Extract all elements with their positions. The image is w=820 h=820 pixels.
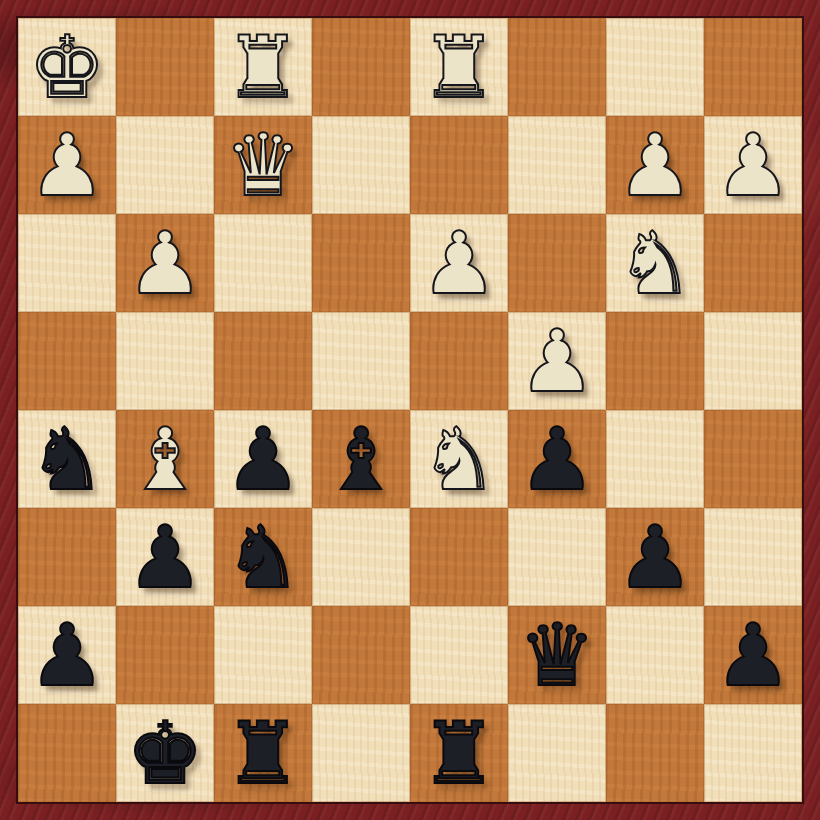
piece-white-queen-f2[interactable]: ♛ — [224, 116, 301, 214]
square-h8[interactable] — [18, 704, 116, 802]
piece-black-pawn-h7[interactable]: ♟ — [28, 606, 105, 704]
square-d1[interactable]: ♜ — [410, 18, 508, 116]
square-a7[interactable]: ♟ — [704, 606, 802, 704]
square-f8[interactable]: ♜ — [214, 704, 312, 802]
square-d7[interactable] — [410, 606, 508, 704]
piece-white-pawn-b2[interactable]: ♟ — [616, 116, 693, 214]
square-e5[interactable]: ♝ — [312, 410, 410, 508]
square-a1[interactable] — [704, 18, 802, 116]
piece-white-knight-b3[interactable]: ♞ — [616, 214, 693, 312]
square-e6[interactable] — [312, 508, 410, 606]
square-e7[interactable] — [312, 606, 410, 704]
piece-white-pawn-c4[interactable]: ♟ — [518, 312, 595, 410]
square-g1[interactable] — [116, 18, 214, 116]
square-a4[interactable] — [704, 312, 802, 410]
piece-black-pawn-g6[interactable]: ♟ — [126, 508, 203, 606]
square-d5[interactable]: ♞ — [410, 410, 508, 508]
piece-black-knight-h5[interactable]: ♞ — [28, 410, 105, 508]
square-b7[interactable] — [606, 606, 704, 704]
square-h5[interactable]: ♞ — [18, 410, 116, 508]
square-g3[interactable]: ♟ — [116, 214, 214, 312]
square-b8[interactable] — [606, 704, 704, 802]
square-h4[interactable] — [18, 312, 116, 410]
square-c8[interactable] — [508, 704, 606, 802]
square-g2[interactable] — [116, 116, 214, 214]
square-c6[interactable] — [508, 508, 606, 606]
square-c1[interactable] — [508, 18, 606, 116]
square-h6[interactable] — [18, 508, 116, 606]
square-b2[interactable]: ♟ — [606, 116, 704, 214]
piece-black-rook-d8[interactable]: ♜ — [420, 704, 497, 802]
piece-black-knight-f6[interactable]: ♞ — [224, 508, 301, 606]
piece-white-rook-d1[interactable]: ♜ — [420, 18, 497, 116]
piece-black-pawn-a7[interactable]: ♟ — [714, 606, 791, 704]
piece-white-pawn-a2[interactable]: ♟ — [714, 116, 791, 214]
piece-black-pawn-f5[interactable]: ♟ — [224, 410, 301, 508]
square-d3[interactable]: ♟ — [410, 214, 508, 312]
square-g8[interactable]: ♚ — [116, 704, 214, 802]
square-a8[interactable] — [704, 704, 802, 802]
square-f5[interactable]: ♟ — [214, 410, 312, 508]
piece-black-pawn-b6[interactable]: ♟ — [616, 508, 693, 606]
piece-black-bishop-e5[interactable]: ♝ — [322, 410, 399, 508]
piece-black-rook-f8[interactable]: ♜ — [224, 704, 301, 802]
square-g6[interactable]: ♟ — [116, 508, 214, 606]
piece-white-knight-d5[interactable]: ♞ — [420, 410, 497, 508]
square-d2[interactable] — [410, 116, 508, 214]
square-f1[interactable]: ♜ — [214, 18, 312, 116]
piece-white-pawn-d3[interactable]: ♟ — [420, 214, 497, 312]
square-f7[interactable] — [214, 606, 312, 704]
square-f2[interactable]: ♛ — [214, 116, 312, 214]
square-c5[interactable]: ♟ — [508, 410, 606, 508]
square-b6[interactable]: ♟ — [606, 508, 704, 606]
square-e1[interactable] — [312, 18, 410, 116]
square-d8[interactable]: ♜ — [410, 704, 508, 802]
square-e2[interactable] — [312, 116, 410, 214]
square-d6[interactable] — [410, 508, 508, 606]
square-b3[interactable]: ♞ — [606, 214, 704, 312]
square-c3[interactable] — [508, 214, 606, 312]
square-a5[interactable] — [704, 410, 802, 508]
piece-black-king-g8[interactable]: ♚ — [126, 704, 203, 802]
square-c2[interactable] — [508, 116, 606, 214]
piece-black-queen-c7[interactable]: ♛ — [518, 606, 595, 704]
square-b4[interactable] — [606, 312, 704, 410]
piece-white-pawn-h2[interactable]: ♟ — [28, 116, 105, 214]
square-a2[interactable]: ♟ — [704, 116, 802, 214]
piece-white-king-h1[interactable]: ♚ — [28, 18, 105, 116]
square-f4[interactable] — [214, 312, 312, 410]
square-c7[interactable]: ♛ — [508, 606, 606, 704]
chess-board: ♚♜♜♟♛♟♟♟♟♞♟♞♝♟♝♞♟♟♞♟♟♛♟♚♜♜ — [16, 16, 804, 804]
square-d4[interactable] — [410, 312, 508, 410]
square-c4[interactable]: ♟ — [508, 312, 606, 410]
piece-white-bishop-g5[interactable]: ♝ — [126, 410, 203, 508]
square-b1[interactable] — [606, 18, 704, 116]
square-h1[interactable]: ♚ — [18, 18, 116, 116]
piece-white-rook-f1[interactable]: ♜ — [224, 18, 301, 116]
square-g5[interactable]: ♝ — [116, 410, 214, 508]
square-h7[interactable]: ♟ — [18, 606, 116, 704]
square-e3[interactable] — [312, 214, 410, 312]
square-h2[interactable]: ♟ — [18, 116, 116, 214]
piece-white-pawn-g3[interactable]: ♟ — [126, 214, 203, 312]
square-f3[interactable] — [214, 214, 312, 312]
board-frame: ♚♜♜♟♛♟♟♟♟♞♟♞♝♟♝♞♟♟♞♟♟♛♟♚♜♜ — [0, 0, 820, 820]
square-g7[interactable] — [116, 606, 214, 704]
square-g4[interactable] — [116, 312, 214, 410]
piece-black-pawn-c5[interactable]: ♟ — [518, 410, 595, 508]
square-e4[interactable] — [312, 312, 410, 410]
square-a6[interactable] — [704, 508, 802, 606]
square-f6[interactable]: ♞ — [214, 508, 312, 606]
square-b5[interactable] — [606, 410, 704, 508]
square-a3[interactable] — [704, 214, 802, 312]
square-h3[interactable] — [18, 214, 116, 312]
square-e8[interactable] — [312, 704, 410, 802]
